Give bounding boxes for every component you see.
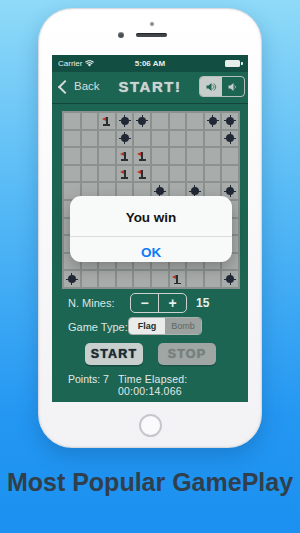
battery-icon (225, 60, 240, 67)
board-cell[interactable] (64, 166, 80, 182)
board-cell[interactable] (117, 271, 133, 287)
sound-off-button[interactable] (222, 77, 244, 96)
board-cell[interactable] (64, 148, 80, 164)
mines-label: N. Mines: (68, 297, 114, 309)
board-cell[interactable] (99, 113, 115, 129)
board-cell[interactable] (205, 271, 221, 287)
mine-icon (68, 275, 76, 283)
board-cell[interactable] (134, 166, 150, 182)
sound-on-button[interactable] (200, 77, 222, 96)
board-cell[interactable] (222, 148, 238, 164)
flag-icon (141, 170, 143, 178)
clock: 5:06 AM (52, 59, 248, 68)
speaker-off-icon (227, 81, 239, 93)
board-cell[interactable] (82, 113, 98, 129)
board-cell[interactable] (134, 113, 150, 129)
stepper-plus-button[interactable]: + (159, 294, 186, 312)
app-screen: Carrier 5:06 AM Back START! (52, 55, 248, 402)
caption-text: Most Popular GamePlay (0, 468, 300, 497)
flag-icon (176, 275, 178, 283)
home-button[interactable] (139, 414, 162, 437)
board-cell[interactable] (170, 148, 186, 164)
stepper-minus-button[interactable]: − (131, 294, 159, 312)
board-cell[interactable] (205, 113, 221, 129)
mine-icon (191, 187, 199, 195)
time-elapsed-value: Time Elapsed: 00:00:14.066 (118, 373, 248, 397)
board-cell[interactable] (82, 166, 98, 182)
win-dialog: You win OK (70, 196, 232, 262)
board-cell[interactable] (170, 166, 186, 182)
board-cell[interactable] (222, 113, 238, 129)
board-cell[interactable] (170, 113, 186, 129)
board-cell[interactable] (117, 131, 133, 147)
board-cell[interactable] (187, 271, 203, 287)
board-cell[interactable] (134, 148, 150, 164)
board-cell[interactable] (170, 131, 186, 147)
board-cell[interactable] (64, 113, 80, 129)
board-cell[interactable] (222, 271, 238, 287)
flag-icon (106, 117, 108, 125)
game-type-segmented-control: Flag Bomb (128, 317, 202, 335)
board-cell[interactable] (222, 166, 238, 182)
start-button[interactable]: START (85, 343, 143, 365)
dialog-divider (70, 236, 232, 237)
board-cell[interactable] (134, 131, 150, 147)
board-cell[interactable] (152, 113, 168, 129)
earpiece-speaker (136, 33, 167, 37)
proximity-sensor-dot (150, 22, 154, 26)
board-cell[interactable] (82, 131, 98, 147)
board-cell[interactable] (117, 113, 133, 129)
sound-toggle (199, 76, 245, 97)
game-type-bomb-option[interactable]: Bomb (165, 318, 201, 334)
dialog-title: You win (70, 210, 232, 225)
board-cell[interactable] (152, 131, 168, 147)
mine-icon (156, 187, 164, 195)
board-cell[interactable] (152, 166, 168, 182)
mines-stepper: − + (130, 293, 187, 313)
mine-icon (226, 117, 234, 125)
mine-icon (138, 117, 146, 125)
iphone-frame: Carrier 5:06 AM Back START! (38, 8, 262, 448)
mine-icon (226, 275, 234, 283)
mine-icon (121, 134, 129, 142)
board-cell[interactable] (134, 271, 150, 287)
board-cell[interactable] (170, 271, 186, 287)
board-cell[interactable] (99, 166, 115, 182)
mine-icon (226, 187, 234, 195)
board-cell[interactable] (117, 148, 133, 164)
board-cell[interactable] (187, 113, 203, 129)
board-cell[interactable] (187, 166, 203, 182)
board-cell[interactable] (152, 148, 168, 164)
navigation-bar: Back START! (52, 72, 248, 104)
board-cell[interactable] (64, 131, 80, 147)
board-cell[interactable] (99, 148, 115, 164)
mine-icon (209, 117, 217, 125)
board-cell[interactable] (82, 148, 98, 164)
flag-icon (124, 152, 126, 160)
game-type-flag-option[interactable]: Flag (129, 318, 165, 334)
mine-icon (121, 117, 129, 125)
board-cell[interactable] (64, 271, 80, 287)
board-cell[interactable] (117, 166, 133, 182)
board-cell[interactable] (187, 131, 203, 147)
app-store-screenshot: Carrier 5:06 AM Back START! (0, 0, 300, 533)
points-value: Points: 7 (68, 373, 109, 385)
board-cell[interactable] (99, 131, 115, 147)
board-cell[interactable] (99, 271, 115, 287)
board-cell[interactable] (187, 148, 203, 164)
board-cell[interactable] (152, 271, 168, 287)
dialog-ok-button[interactable]: OK (70, 243, 232, 262)
flag-icon (141, 152, 143, 160)
board-cell[interactable] (205, 131, 221, 147)
mines-count-value: 15 (196, 296, 209, 310)
game-type-label: Game Type: (68, 321, 128, 333)
mine-icon (226, 134, 234, 142)
front-camera-dot (118, 32, 124, 38)
status-bar: Carrier 5:06 AM (52, 55, 248, 72)
speaker-on-icon (205, 81, 217, 93)
board-cell[interactable] (222, 131, 238, 147)
board-cell[interactable] (205, 148, 221, 164)
stop-button[interactable]: STOP (158, 343, 216, 365)
board-cell[interactable] (205, 166, 221, 182)
board-cell[interactable] (82, 271, 98, 287)
flag-icon (124, 170, 126, 178)
